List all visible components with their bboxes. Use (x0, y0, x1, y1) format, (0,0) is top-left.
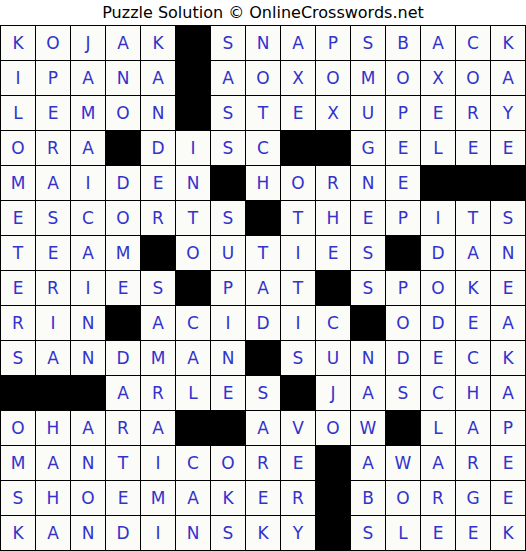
letter-cell: A (36, 446, 70, 480)
letter-cell: I (71, 271, 105, 305)
letter-cell: X (316, 96, 350, 130)
block-cell (316, 271, 350, 305)
letter-cell: C (71, 201, 105, 235)
block-cell (106, 306, 140, 340)
block-cell (176, 271, 210, 305)
letter-cell: T (106, 446, 140, 480)
letter-cell: E (36, 96, 70, 130)
letter-cell: S (491, 201, 525, 235)
letter-cell: O (1, 131, 35, 165)
letter-cell: R (36, 131, 70, 165)
crossword-grid: KOJAKSNAPSBACKIPANAAOXOMOXOALEMONSTEXUPE… (0, 25, 526, 551)
letter-cell: Y (281, 516, 315, 550)
letter-cell: K (141, 26, 175, 60)
block-cell (456, 166, 490, 200)
letter-cell: M (141, 341, 175, 375)
letter-cell: E (106, 481, 140, 515)
letter-cell: I (36, 306, 70, 340)
letter-cell: A (71, 131, 105, 165)
letter-cell: P (36, 61, 70, 95)
letter-cell: I (281, 306, 315, 340)
letter-cell: O (386, 481, 420, 515)
letter-cell: A (71, 236, 105, 270)
letter-cell: E (211, 376, 245, 410)
letter-cell: P (386, 201, 420, 235)
letter-cell: H (36, 411, 70, 445)
letter-cell: I (71, 166, 105, 200)
letter-cell: T (246, 236, 280, 270)
letter-cell: K (491, 341, 525, 375)
block-cell (351, 306, 385, 340)
letter-cell: A (141, 61, 175, 95)
letter-cell: D (246, 306, 280, 340)
letter-cell: A (456, 236, 490, 270)
letter-cell: K (491, 26, 525, 60)
letter-cell: H (246, 166, 280, 200)
letter-cell: D (106, 341, 140, 375)
letter-cell: N (211, 341, 245, 375)
letter-cell: B (351, 481, 385, 515)
letter-cell: S (351, 26, 385, 60)
letter-cell: O (1, 411, 35, 445)
letter-cell: A (456, 411, 490, 445)
letter-cell: E (106, 271, 140, 305)
letter-cell: O (211, 446, 245, 480)
letter-cell: L (1, 96, 35, 130)
letter-cell: H (456, 376, 490, 410)
letter-cell: G (456, 481, 490, 515)
letter-cell: O (106, 201, 140, 235)
letter-cell: O (386, 61, 420, 95)
letter-cell: L (386, 516, 420, 550)
letter-cell: D (106, 166, 140, 200)
letter-cell: K (1, 516, 35, 550)
block-cell (491, 166, 525, 200)
block-cell (316, 131, 350, 165)
letter-cell: A (106, 376, 140, 410)
letter-cell: N (246, 26, 280, 60)
letter-cell: O (281, 166, 315, 200)
letter-cell: D (386, 341, 420, 375)
letter-cell: S (211, 26, 245, 60)
letter-cell: C (456, 341, 490, 375)
letter-cell: M (1, 166, 35, 200)
letter-cell: C (316, 306, 350, 340)
letter-cell: W (351, 411, 385, 445)
block-cell (141, 236, 175, 270)
letter-cell: E (456, 306, 490, 340)
letter-cell: X (281, 61, 315, 95)
letter-cell: K (456, 271, 490, 305)
letter-cell: E (421, 516, 455, 550)
letter-cell: O (316, 61, 350, 95)
letter-cell: R (281, 481, 315, 515)
block-cell (106, 131, 140, 165)
letter-cell: K (1, 26, 35, 60)
letter-cell: N (106, 61, 140, 95)
letter-cell: C (246, 131, 280, 165)
block-cell (246, 201, 280, 235)
letter-cell: S (351, 271, 385, 305)
block-cell (36, 376, 70, 410)
letter-cell: J (71, 26, 105, 60)
letter-cell: W (386, 446, 420, 480)
letter-cell: Y (491, 96, 525, 130)
letter-cell: S (351, 236, 385, 270)
letter-cell: D (141, 131, 175, 165)
letter-cell: R (316, 166, 350, 200)
letter-cell: O (106, 96, 140, 130)
letter-cell: L (421, 411, 455, 445)
letter-cell: E (491, 481, 525, 515)
block-cell (316, 446, 350, 480)
letter-cell: U (211, 236, 245, 270)
letter-cell: R (1, 306, 35, 340)
letter-cell: N (176, 516, 210, 550)
letter-cell: N (351, 166, 385, 200)
block-cell (211, 166, 245, 200)
letter-cell: S (386, 376, 420, 410)
letter-cell: A (211, 61, 245, 95)
letter-cell: M (1, 446, 35, 480)
letter-cell: N (141, 96, 175, 130)
letter-cell: I (421, 201, 455, 235)
letter-cell: E (491, 271, 525, 305)
block-cell (316, 481, 350, 515)
letter-cell: A (351, 376, 385, 410)
letter-cell: C (176, 306, 210, 340)
letter-cell: A (351, 446, 385, 480)
letter-cell: C (456, 26, 490, 60)
letter-cell: L (176, 376, 210, 410)
letter-cell: U (351, 96, 385, 130)
letter-cell: A (246, 271, 280, 305)
letter-cell: E (491, 131, 525, 165)
letter-cell: R (141, 201, 175, 235)
letter-cell: R (141, 376, 175, 410)
letter-cell: A (36, 341, 70, 375)
letter-cell: E (386, 166, 420, 200)
letter-cell: E (456, 131, 490, 165)
letter-cell: O (316, 411, 350, 445)
block-cell (246, 341, 280, 375)
letter-cell: N (176, 166, 210, 200)
letter-cell: B (386, 26, 420, 60)
letter-cell: S (211, 131, 245, 165)
letter-cell: I (141, 446, 175, 480)
letter-cell: V (281, 411, 315, 445)
letter-cell: E (421, 341, 455, 375)
letter-cell: E (36, 236, 70, 270)
letter-cell: A (246, 411, 280, 445)
letter-cell: A (36, 166, 70, 200)
letter-cell: O (386, 306, 420, 340)
letter-cell: E (141, 166, 175, 200)
letter-cell: E (316, 236, 350, 270)
block-cell (71, 376, 105, 410)
letter-cell: E (1, 201, 35, 235)
letter-cell: G (351, 131, 385, 165)
letter-cell: R (246, 446, 280, 480)
letter-cell: D (421, 306, 455, 340)
letter-cell: R (456, 96, 490, 130)
letter-cell: P (386, 96, 420, 130)
letter-cell: M (141, 481, 175, 515)
letter-cell: E (246, 481, 280, 515)
letter-cell: T (1, 236, 35, 270)
letter-cell: S (1, 341, 35, 375)
letter-cell: A (106, 26, 140, 60)
letter-cell: E (1, 271, 35, 305)
letter-cell: M (351, 61, 385, 95)
letter-cell: P (316, 26, 350, 60)
block-cell (176, 26, 210, 60)
letter-cell: K (246, 516, 280, 550)
letter-cell: T (281, 201, 315, 235)
letter-cell: A (71, 61, 105, 95)
letter-cell: A (176, 481, 210, 515)
crossword-solution-page: Puzzle Solution © OnlineCrosswords.net K… (0, 0, 526, 551)
page-title: Puzzle Solution © OnlineCrosswords.net (102, 0, 424, 25)
letter-cell: E (386, 131, 420, 165)
letter-cell: S (1, 481, 35, 515)
block-cell (421, 166, 455, 200)
letter-cell: T (456, 201, 490, 235)
letter-cell: T (281, 271, 315, 305)
letter-cell: N (71, 306, 105, 340)
letter-cell: P (491, 411, 525, 445)
letter-cell: A (491, 376, 525, 410)
letter-cell: S (351, 516, 385, 550)
letter-cell: R (36, 271, 70, 305)
letter-cell: N (71, 446, 105, 480)
letter-cell: C (421, 376, 455, 410)
letter-cell: A (491, 306, 525, 340)
letter-cell: D (421, 236, 455, 270)
letter-cell: R (106, 411, 140, 445)
letter-cell: X (421, 61, 455, 95)
letter-cell: A (421, 26, 455, 60)
letter-cell: O (456, 61, 490, 95)
letter-cell: A (281, 26, 315, 60)
letter-cell: H (36, 481, 70, 515)
letter-cell: A (421, 446, 455, 480)
letter-cell: O (36, 26, 70, 60)
letter-cell: S (211, 96, 245, 130)
letter-cell: U (316, 341, 350, 375)
letter-cell: O (71, 481, 105, 515)
letter-cell: N (71, 341, 105, 375)
letter-cell: R (421, 481, 455, 515)
letter-cell: S (211, 516, 245, 550)
letter-cell: M (71, 96, 105, 130)
letter-cell: O (421, 271, 455, 305)
letter-cell: E (281, 446, 315, 480)
letter-cell: N (491, 236, 525, 270)
letter-cell: N (71, 516, 105, 550)
block-cell (176, 96, 210, 130)
letter-cell: I (141, 516, 175, 550)
letter-cell: S (211, 201, 245, 235)
letter-cell: D (106, 516, 140, 550)
letter-cell: I (211, 306, 245, 340)
block-cell (1, 376, 35, 410)
letter-cell: K (211, 481, 245, 515)
letter-cell: A (36, 516, 70, 550)
letter-cell: S (246, 376, 280, 410)
letter-cell: I (176, 131, 210, 165)
letter-cell: R (456, 446, 490, 480)
letter-cell: P (211, 271, 245, 305)
letter-cell: S (141, 271, 175, 305)
block-cell (176, 411, 210, 445)
letter-cell: T (246, 96, 280, 130)
letter-cell: N (351, 341, 385, 375)
letter-cell: I (1, 61, 35, 95)
letter-cell: O (176, 236, 210, 270)
letter-cell: A (491, 61, 525, 95)
block-cell (386, 411, 420, 445)
letter-cell: P (386, 271, 420, 305)
letter-cell: S (281, 341, 315, 375)
letter-cell: K (491, 516, 525, 550)
letter-cell: H (316, 201, 350, 235)
letter-cell: O (246, 61, 280, 95)
letter-cell: T (176, 201, 210, 235)
title-bar: Puzzle Solution © OnlineCrosswords.net (0, 0, 526, 25)
letter-cell: E (456, 516, 490, 550)
block-cell (176, 61, 210, 95)
block-cell (281, 131, 315, 165)
letter-cell: E (281, 96, 315, 130)
letter-cell: A (141, 306, 175, 340)
letter-cell: A (141, 411, 175, 445)
block-cell (386, 236, 420, 270)
block-cell (211, 411, 245, 445)
letter-cell: A (71, 411, 105, 445)
letter-cell: E (491, 446, 525, 480)
letter-cell: J (316, 376, 350, 410)
letter-cell: E (421, 96, 455, 130)
letter-cell: A (176, 341, 210, 375)
letter-cell: I (281, 236, 315, 270)
letter-cell: C (176, 446, 210, 480)
letter-cell: L (421, 131, 455, 165)
letter-cell: M (106, 236, 140, 270)
block-cell (281, 376, 315, 410)
block-cell (316, 516, 350, 550)
letter-cell: S (36, 201, 70, 235)
letter-cell: E (351, 201, 385, 235)
